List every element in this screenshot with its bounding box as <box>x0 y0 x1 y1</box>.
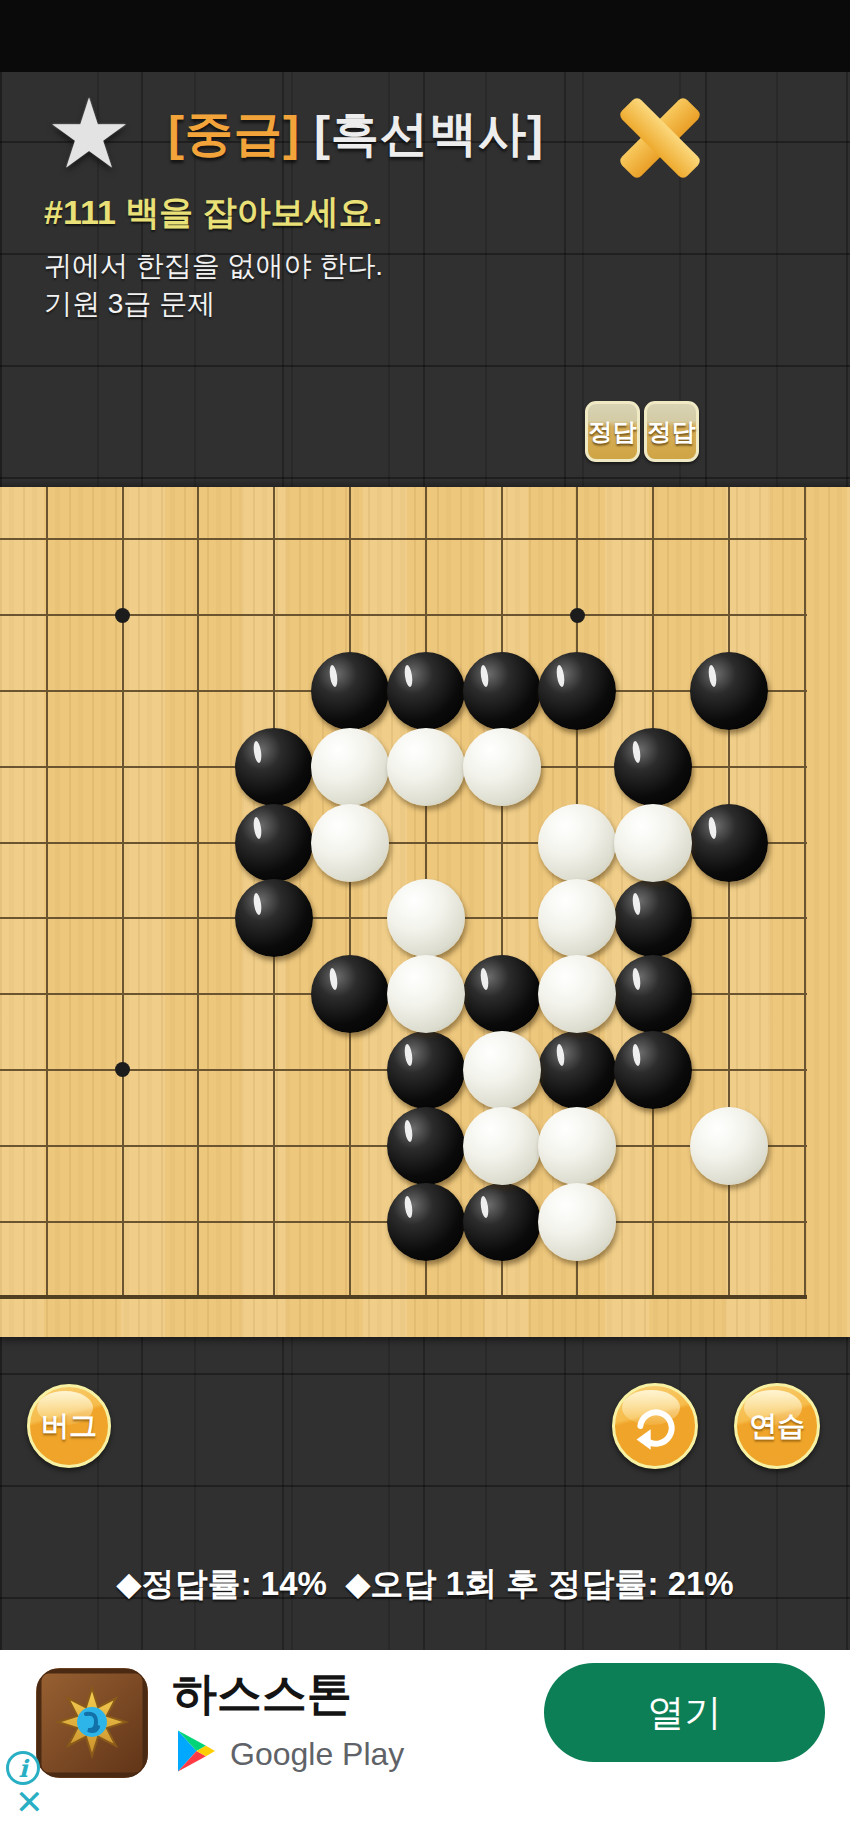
board-grid-vline <box>349 487 351 1299</box>
ad-app-name[interactable]: 하스스톤 <box>172 1664 352 1724</box>
white-stone <box>463 1031 541 1109</box>
black-stone <box>387 652 465 730</box>
white-stone <box>387 955 465 1033</box>
black-stone <box>311 652 389 730</box>
board-grid-vline <box>197 487 199 1299</box>
answer-button-2[interactable]: 정답 <box>644 401 699 462</box>
practice-button[interactable]: 연습 <box>734 1383 820 1469</box>
black-stone <box>538 1031 616 1109</box>
answer-button-1-label: 정답 <box>589 416 637 448</box>
white-stone <box>538 879 616 957</box>
problem-source-text: 기원 3급 문제 <box>44 285 215 323</box>
black-stone <box>463 1183 541 1261</box>
black-stone <box>538 652 616 730</box>
go-board[interactable] <box>0 487 850 1337</box>
black-stone <box>387 1107 465 1185</box>
white-stone <box>538 1107 616 1185</box>
close-icon[interactable] <box>618 96 702 180</box>
black-stone <box>387 1031 465 1109</box>
answer-button-1[interactable]: 정답 <box>585 401 640 462</box>
white-stone <box>463 728 541 806</box>
bug-report-button[interactable]: 버그 <box>27 1384 111 1468</box>
black-stone <box>235 728 313 806</box>
black-stone <box>614 955 692 1033</box>
problem-type-tag: [흑선백사] <box>314 102 544 166</box>
white-stone <box>311 804 389 882</box>
black-stone <box>614 879 692 957</box>
board-grid-hline <box>0 1295 807 1299</box>
white-stone <box>463 1107 541 1185</box>
ad-banner: 하스스톤 Google Play 열기 i <box>0 1650 850 1823</box>
status-bar <box>0 0 850 72</box>
black-stone <box>235 879 313 957</box>
white-stone <box>311 728 389 806</box>
problem-hint-text: 귀에서 한집을 없애야 한다. <box>44 247 383 285</box>
ad-open-button[interactable]: 열기 <box>544 1663 825 1762</box>
black-stone <box>387 1183 465 1261</box>
circular-arrow-icon <box>629 1400 681 1452</box>
black-stone <box>614 1031 692 1109</box>
page-title: [중급] [흑선백사] <box>168 102 544 166</box>
black-stone <box>614 728 692 806</box>
black-stone <box>463 652 541 730</box>
google-play-icon <box>178 1730 215 1772</box>
board-grid-hline <box>0 538 807 540</box>
problem-number-text: #111 백을 잡아보세요. <box>44 190 382 236</box>
white-stone <box>538 955 616 1033</box>
white-stone <box>538 804 616 882</box>
ad-app-icon[interactable] <box>36 1668 148 1778</box>
bug-button-label: 버그 <box>41 1407 97 1445</box>
white-stone <box>538 1183 616 1261</box>
practice-button-label: 연습 <box>749 1407 805 1445</box>
black-stone <box>235 804 313 882</box>
retry-button[interactable] <box>612 1383 698 1469</box>
board-star-point <box>115 608 130 623</box>
board-star-point <box>570 608 585 623</box>
board-star-point <box>115 1062 130 1077</box>
favorite-star-icon[interactable]: ★ <box>46 84 132 184</box>
white-stone <box>690 1107 768 1185</box>
answer-button-2-label: 정답 <box>648 416 696 448</box>
board-grid-vline <box>804 487 806 1299</box>
ad-open-label: 열기 <box>648 1688 722 1738</box>
black-stone <box>463 955 541 1033</box>
ad-info-icon[interactable]: i <box>6 1751 40 1785</box>
white-stone <box>614 804 692 882</box>
white-stone <box>387 728 465 806</box>
black-stone <box>690 804 768 882</box>
white-stone <box>387 879 465 957</box>
level-tag: [중급] <box>168 102 300 166</box>
board-grid-vline <box>46 487 48 1299</box>
app-screen: ★ [중급] [흑선백사] #111 백을 잡아보세요. 귀에서 한집을 없애야… <box>0 0 850 1823</box>
google-play-label: Google Play <box>230 1736 404 1773</box>
ad-close-icon[interactable]: ✕ <box>15 1782 44 1822</box>
black-stone <box>311 955 389 1033</box>
black-stone <box>690 652 768 730</box>
answer-rate-stats: ◆정답률: 14% ◆오답 1회 후 정답률: 21% <box>0 1562 850 1607</box>
